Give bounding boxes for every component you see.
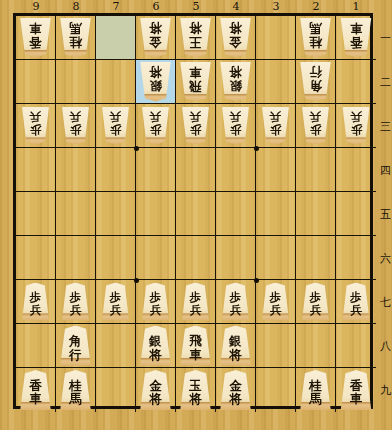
square-16[interactable] [336,236,376,280]
piece-kanji: 歩兵 [148,291,163,316]
piece-kanji: 歩兵 [228,111,243,136]
piece-kanji: 飛車 [188,334,203,361]
square-62[interactable]: 銀将 [136,60,176,104]
piece-kanji: 桂馬 [308,22,323,49]
square-37[interactable]: 歩兵 [256,280,296,324]
square-38[interactable] [256,324,296,368]
square-95[interactable] [16,192,56,236]
piece-pawn-gote[interactable]: 歩兵 [61,107,91,145]
piece-knight-gote[interactable]: 桂馬 [59,18,93,58]
piece-kanji: 銀将 [228,334,243,361]
shogi-app: { "game": "shogi", "position": { "sfen":… [0,0,392,430]
square-44[interactable] [216,148,256,192]
square-78[interactable] [96,324,136,368]
square-68[interactable]: 銀将 [136,324,176,368]
piece-kanji: 桂馬 [68,379,83,406]
square-86[interactable] [56,236,96,280]
star-point [134,278,139,283]
piece-pawn-sente[interactable]: 歩兵 [101,283,131,321]
piece-kanji: 歩兵 [28,111,43,136]
piece-silver-gote[interactable]: 銀将 [139,62,173,102]
square-91[interactable]: 香車 [16,16,56,60]
square-19[interactable]: 香車 [336,368,376,412]
square-55[interactable] [176,192,216,236]
piece-pawn-gote[interactable]: 歩兵 [301,107,331,145]
piece-lance-gote[interactable]: 香車 [19,18,53,58]
piece-kanji: 歩兵 [108,111,123,136]
square-26[interactable] [296,236,336,280]
piece-pawn-gote[interactable]: 歩兵 [221,107,251,145]
square-83[interactable]: 歩兵 [56,104,96,148]
piece-gold-gote[interactable]: 金将 [219,18,253,58]
square-69[interactable]: 金将 [136,368,176,412]
square-31[interactable] [256,16,296,60]
rank-label-1: 一 [379,16,392,60]
square-18[interactable] [336,324,376,368]
piece-pawn-sente[interactable]: 歩兵 [61,283,91,321]
piece-kanji: 桂馬 [308,379,323,406]
piece-knight-sente[interactable]: 桂馬 [299,370,333,410]
file-label-5: 5 [176,0,216,14]
piece-bishop-sente[interactable]: 角行 [59,326,93,366]
square-58[interactable]: 飛車 [176,324,216,368]
square-24[interactable] [296,148,336,192]
square-12[interactable] [336,60,376,104]
file-label-1: 1 [336,0,376,14]
piece-kanji: 歩兵 [308,111,323,136]
piece-lance-sente[interactable]: 香車 [339,370,373,410]
square-61[interactable]: 金将 [136,16,176,60]
piece-silver-sente[interactable]: 銀将 [139,326,173,366]
file-label-8: 8 [56,0,96,14]
file-label-7: 7 [96,0,136,14]
file-label-3: 3 [256,0,296,14]
piece-king-sente[interactable]: 玉将 [179,370,213,410]
piece-kanji: 歩兵 [228,291,243,316]
square-77[interactable]: 歩兵 [96,280,136,324]
square-33[interactable]: 歩兵 [256,104,296,148]
square-49[interactable]: 金将 [216,368,256,412]
square-53[interactable]: 歩兵 [176,104,216,148]
square-48[interactable]: 銀将 [216,324,256,368]
square-39[interactable] [256,368,296,412]
square-85[interactable] [56,192,96,236]
piece-kanji: 角行 [308,66,323,93]
file-label-9: 9 [16,0,56,14]
square-11[interactable]: 香車 [336,16,376,60]
rank-label-2: 二 [379,60,392,104]
square-23[interactable]: 歩兵 [296,104,336,148]
star-point [254,146,259,151]
rank-label-5: 五 [379,192,392,236]
square-21[interactable]: 桂馬 [296,16,336,60]
square-14[interactable] [336,148,376,192]
piece-silver-gote[interactable]: 銀将 [219,62,253,102]
piece-gold-sente[interactable]: 金将 [219,370,253,410]
square-46[interactable] [216,236,256,280]
square-54[interactable] [176,148,216,192]
piece-pawn-sente[interactable]: 歩兵 [261,283,291,321]
piece-kanji: 歩兵 [148,111,163,136]
rank-label-4: 四 [379,148,392,192]
square-79[interactable] [96,368,136,412]
file-label-4: 4 [216,0,256,14]
square-29[interactable]: 桂馬 [296,368,336,412]
piece-rook-gote[interactable]: 飛車 [179,62,213,102]
piece-kanji: 桂馬 [68,22,83,49]
piece-kanji: 王将 [188,22,203,49]
square-82[interactable] [56,60,96,104]
square-81[interactable]: 桂馬 [56,16,96,60]
piece-pawn-sente[interactable]: 歩兵 [301,283,331,321]
square-45[interactable] [216,192,256,236]
board-grid: 香車桂馬金将王将金将桂馬香車銀将飛車銀将角行歩兵歩兵歩兵歩兵歩兵歩兵歩兵歩兵歩兵… [16,16,370,412]
square-87[interactable]: 歩兵 [56,280,96,324]
square-36[interactable] [256,236,296,280]
piece-kanji: 歩兵 [188,291,203,316]
piece-pawn-sente[interactable]: 歩兵 [221,283,251,321]
piece-kanji: 銀将 [228,66,243,93]
star-point [254,278,259,283]
square-56[interactable] [176,236,216,280]
piece-kanji: 歩兵 [68,291,83,316]
piece-kanji: 歩兵 [349,291,364,316]
square-89[interactable]: 桂馬 [56,368,96,412]
piece-kanji: 歩兵 [268,111,283,136]
square-84[interactable] [56,148,96,192]
square-15[interactable] [336,192,376,236]
square-98[interactable] [16,324,56,368]
piece-pawn-gote[interactable]: 歩兵 [101,107,131,145]
piece-kanji: 金将 [228,22,243,49]
piece-pawn-gote[interactable]: 歩兵 [141,107,171,145]
square-72[interactable] [96,60,136,104]
piece-kanji: 飛車 [188,66,203,93]
piece-kanji: 歩兵 [188,111,203,136]
square-27[interactable]: 歩兵 [296,280,336,324]
square-76[interactable] [96,236,136,280]
piece-kanji: 香車 [349,22,364,49]
piece-gold-sente[interactable]: 金将 [139,370,173,410]
piece-pawn-gote[interactable]: 歩兵 [181,107,211,145]
piece-kanji: 金将 [148,379,163,406]
star-point [134,146,139,151]
piece-pawn-gote[interactable]: 歩兵 [21,107,51,145]
piece-pawn-sente[interactable]: 歩兵 [341,283,371,321]
square-75[interactable] [96,192,136,236]
piece-kanji: 歩兵 [108,291,123,316]
square-25[interactable] [296,192,336,236]
piece-kanji: 歩兵 [308,291,323,316]
square-97[interactable]: 歩兵 [16,280,56,324]
rank-label-6: 六 [379,236,392,280]
piece-kanji: 金将 [228,379,243,406]
square-64[interactable] [136,148,176,192]
piece-kanji: 香車 [28,379,43,406]
rank-label-8: 八 [379,324,392,368]
square-32[interactable] [256,60,296,104]
piece-kanji: 金将 [148,22,163,49]
square-93[interactable]: 歩兵 [16,104,56,148]
file-label-6: 6 [136,0,176,14]
square-67[interactable]: 歩兵 [136,280,176,324]
square-47[interactable]: 歩兵 [216,280,256,324]
rank-label-3: 三 [379,104,392,148]
piece-lance-sente[interactable]: 香車 [19,370,53,410]
piece-pawn-gote[interactable]: 歩兵 [341,107,371,145]
shogi-board: 香車桂馬金将王将金将桂馬香車銀将飛車銀将角行歩兵歩兵歩兵歩兵歩兵歩兵歩兵歩兵歩兵… [13,13,373,409]
piece-pawn-sente[interactable]: 歩兵 [181,283,211,321]
square-34[interactable] [256,148,296,192]
square-35[interactable] [256,192,296,236]
square-94[interactable] [16,148,56,192]
piece-pawn-sente[interactable]: 歩兵 [21,283,51,321]
square-96[interactable] [16,236,56,280]
square-41[interactable]: 金将 [216,16,256,60]
piece-bishop-gote[interactable]: 角行 [299,62,333,102]
piece-gold-gote[interactable]: 金将 [139,18,173,58]
piece-kanji: 香車 [349,379,364,406]
piece-rook-sente[interactable]: 飛車 [179,326,213,366]
square-73[interactable]: 歩兵 [96,104,136,148]
square-88[interactable]: 角行 [56,324,96,368]
square-51[interactable]: 王将 [176,16,216,60]
piece-kanji: 歩兵 [349,111,364,136]
piece-pawn-gote[interactable]: 歩兵 [261,107,291,145]
square-92[interactable] [16,60,56,104]
piece-kanji: 香車 [28,22,43,49]
piece-knight-gote[interactable]: 桂馬 [299,18,333,58]
piece-kanji: 角行 [68,334,83,361]
square-71[interactable] [96,16,136,60]
piece-kanji: 歩兵 [28,291,43,316]
square-17[interactable]: 歩兵 [336,280,376,324]
piece-king-gote[interactable]: 王将 [179,18,213,58]
square-65[interactable] [136,192,176,236]
file-label-2: 2 [296,0,336,14]
square-13[interactable]: 歩兵 [336,104,376,148]
rank-label-9: 九 [379,368,392,412]
square-22[interactable]: 角行 [296,60,336,104]
square-74[interactable] [96,148,136,192]
piece-silver-sente[interactable]: 銀将 [219,326,253,366]
square-99[interactable]: 香車 [16,368,56,412]
square-66[interactable] [136,236,176,280]
square-57[interactable]: 歩兵 [176,280,216,324]
square-43[interactable]: 歩兵 [216,104,256,148]
piece-kanji: 玉将 [188,379,203,406]
file-labels: 987654321 [16,0,376,14]
piece-lance-gote[interactable]: 香車 [339,18,373,58]
piece-kanji: 歩兵 [68,111,83,136]
square-42[interactable]: 銀将 [216,60,256,104]
piece-knight-sente[interactable]: 桂馬 [59,370,93,410]
piece-kanji: 銀将 [148,334,163,361]
piece-kanji: 銀将 [148,66,163,93]
rank-label-7: 七 [379,280,392,324]
square-52[interactable]: 飛車 [176,60,216,104]
rank-labels: 一二三四五六七八九 [379,16,392,412]
square-59[interactable]: 玉将 [176,368,216,412]
square-28[interactable] [296,324,336,368]
piece-pawn-sente[interactable]: 歩兵 [141,283,171,321]
piece-kanji: 歩兵 [268,291,283,316]
square-63[interactable]: 歩兵 [136,104,176,148]
